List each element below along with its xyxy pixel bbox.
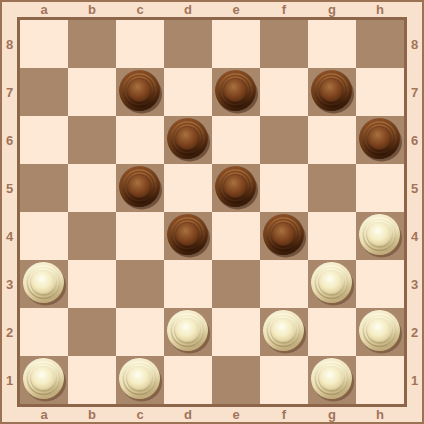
rank-label-3: 3 [411, 278, 418, 291]
square-h7[interactable] [356, 68, 404, 116]
checkers-board [17, 17, 407, 407]
piece-dark-h6[interactable] [357, 117, 403, 163]
square-b5[interactable] [68, 164, 116, 212]
square-f7[interactable] [260, 68, 308, 116]
file-label-b: b [88, 408, 96, 421]
square-b4[interactable] [68, 212, 116, 260]
rank-labels-right: 87654321 [407, 20, 422, 404]
white-man-icon [357, 213, 403, 259]
rank-label-8: 8 [411, 38, 418, 51]
square-b6[interactable] [68, 116, 116, 164]
file-label-h: h [376, 408, 384, 421]
file-label-f: f [282, 408, 286, 421]
file-label-g: g [328, 408, 336, 421]
white-man-icon [21, 261, 67, 307]
square-a5[interactable] [20, 164, 68, 212]
file-label-d: d [184, 408, 192, 421]
rank-label-5: 5 [411, 182, 418, 195]
rank-label-7: 7 [411, 86, 418, 99]
square-d8[interactable] [164, 20, 212, 68]
file-label-h: h [376, 3, 384, 16]
file-label-f: f [282, 3, 286, 16]
square-c7[interactable] [116, 68, 164, 116]
white-man-icon [117, 357, 163, 403]
file-label-a: a [40, 3, 47, 16]
dark-man-icon [213, 165, 259, 211]
dark-man-icon [309, 69, 355, 115]
piece-dark-d4[interactable] [165, 213, 211, 259]
square-h1[interactable] [356, 356, 404, 404]
square-g8[interactable] [308, 20, 356, 68]
piece-dark-c5[interactable] [117, 165, 163, 211]
rank-label-6: 6 [6, 134, 13, 147]
file-label-b: b [88, 3, 96, 16]
file-label-d: d [184, 3, 192, 16]
file-label-a: a [40, 408, 47, 421]
square-g3[interactable] [308, 260, 356, 308]
square-a4[interactable] [20, 212, 68, 260]
white-man-icon [21, 357, 67, 403]
square-h5[interactable] [356, 164, 404, 212]
square-d1[interactable] [164, 356, 212, 404]
square-a3[interactable] [20, 260, 68, 308]
rank-labels-left: 87654321 [2, 20, 17, 404]
rank-label-4: 4 [411, 230, 418, 243]
piece-white-a1[interactable] [21, 357, 67, 403]
square-d4[interactable] [164, 212, 212, 260]
piece-dark-f4[interactable] [261, 213, 307, 259]
piece-white-f2[interactable] [261, 309, 307, 355]
square-g7[interactable] [308, 68, 356, 116]
square-g4[interactable] [308, 212, 356, 260]
white-man-icon [165, 309, 211, 355]
piece-dark-e5[interactable] [213, 165, 259, 211]
file-label-c: c [136, 408, 143, 421]
piece-white-a3[interactable] [21, 261, 67, 307]
file-labels-bottom: abcdefgh [20, 407, 404, 422]
square-e2[interactable] [212, 308, 260, 356]
rank-label-7: 7 [6, 86, 13, 99]
square-f1[interactable] [260, 356, 308, 404]
square-f4[interactable] [260, 212, 308, 260]
square-d2[interactable] [164, 308, 212, 356]
square-e4[interactable] [212, 212, 260, 260]
rank-label-2: 2 [411, 326, 418, 339]
square-d5[interactable] [164, 164, 212, 212]
square-c5[interactable] [116, 164, 164, 212]
dark-man-icon [213, 69, 259, 115]
rank-label-8: 8 [6, 38, 13, 51]
dark-man-icon [165, 117, 211, 163]
piece-white-h4[interactable] [357, 213, 403, 259]
square-f3[interactable] [260, 260, 308, 308]
square-h3[interactable] [356, 260, 404, 308]
piece-white-h2[interactable] [357, 309, 403, 355]
square-b7[interactable] [68, 68, 116, 116]
white-man-icon [261, 309, 307, 355]
checkers-board-frame: abcdefgh abcdefgh 87654321 87654321 [0, 0, 424, 424]
square-b1[interactable] [68, 356, 116, 404]
white-man-icon [309, 261, 355, 307]
square-g5[interactable] [308, 164, 356, 212]
square-d6[interactable] [164, 116, 212, 164]
square-f2[interactable] [260, 308, 308, 356]
piece-dark-d6[interactable] [165, 117, 211, 163]
square-c4[interactable] [116, 212, 164, 260]
square-c6[interactable] [116, 116, 164, 164]
square-a1[interactable] [20, 356, 68, 404]
piece-dark-c7[interactable] [117, 69, 163, 115]
dark-man-icon [165, 213, 211, 259]
rank-label-1: 1 [6, 374, 13, 387]
square-g1[interactable] [308, 356, 356, 404]
piece-dark-g7[interactable] [309, 69, 355, 115]
piece-white-d2[interactable] [165, 309, 211, 355]
piece-white-g3[interactable] [309, 261, 355, 307]
square-e6[interactable] [212, 116, 260, 164]
piece-white-c1[interactable] [117, 357, 163, 403]
square-h4[interactable] [356, 212, 404, 260]
file-label-c: c [136, 3, 143, 16]
square-h6[interactable] [356, 116, 404, 164]
rank-label-6: 6 [411, 134, 418, 147]
square-g6[interactable] [308, 116, 356, 164]
rank-label-1: 1 [411, 374, 418, 387]
file-label-e: e [232, 408, 239, 421]
square-e7[interactable] [212, 68, 260, 116]
dark-man-icon [261, 213, 307, 259]
white-man-icon [357, 309, 403, 355]
square-f6[interactable] [260, 116, 308, 164]
square-b2[interactable] [68, 308, 116, 356]
square-d7[interactable] [164, 68, 212, 116]
square-c2[interactable] [116, 308, 164, 356]
square-g2[interactable] [308, 308, 356, 356]
white-man-icon [309, 357, 355, 403]
square-e8[interactable] [212, 20, 260, 68]
rank-label-2: 2 [6, 326, 13, 339]
square-h8[interactable] [356, 20, 404, 68]
square-b3[interactable] [68, 260, 116, 308]
file-label-g: g [328, 3, 336, 16]
square-c1[interactable] [116, 356, 164, 404]
square-e3[interactable] [212, 260, 260, 308]
square-a2[interactable] [20, 308, 68, 356]
square-e1[interactable] [212, 356, 260, 404]
dark-man-icon [117, 165, 163, 211]
rank-label-5: 5 [6, 182, 13, 195]
square-f8[interactable] [260, 20, 308, 68]
square-h2[interactable] [356, 308, 404, 356]
piece-white-g1[interactable] [309, 357, 355, 403]
file-label-e: e [232, 3, 239, 16]
square-c8[interactable] [116, 20, 164, 68]
dark-man-icon [117, 69, 163, 115]
square-a7[interactable] [20, 68, 68, 116]
square-a8[interactable] [20, 20, 68, 68]
rank-label-3: 3 [6, 278, 13, 291]
square-d3[interactable] [164, 260, 212, 308]
square-b8[interactable] [68, 20, 116, 68]
file-labels-top: abcdefgh [20, 2, 404, 17]
square-f5[interactable] [260, 164, 308, 212]
dark-man-icon [357, 117, 403, 163]
piece-dark-e7[interactable] [213, 69, 259, 115]
rank-label-4: 4 [6, 230, 13, 243]
square-e5[interactable] [212, 164, 260, 212]
square-c3[interactable] [116, 260, 164, 308]
square-a6[interactable] [20, 116, 68, 164]
